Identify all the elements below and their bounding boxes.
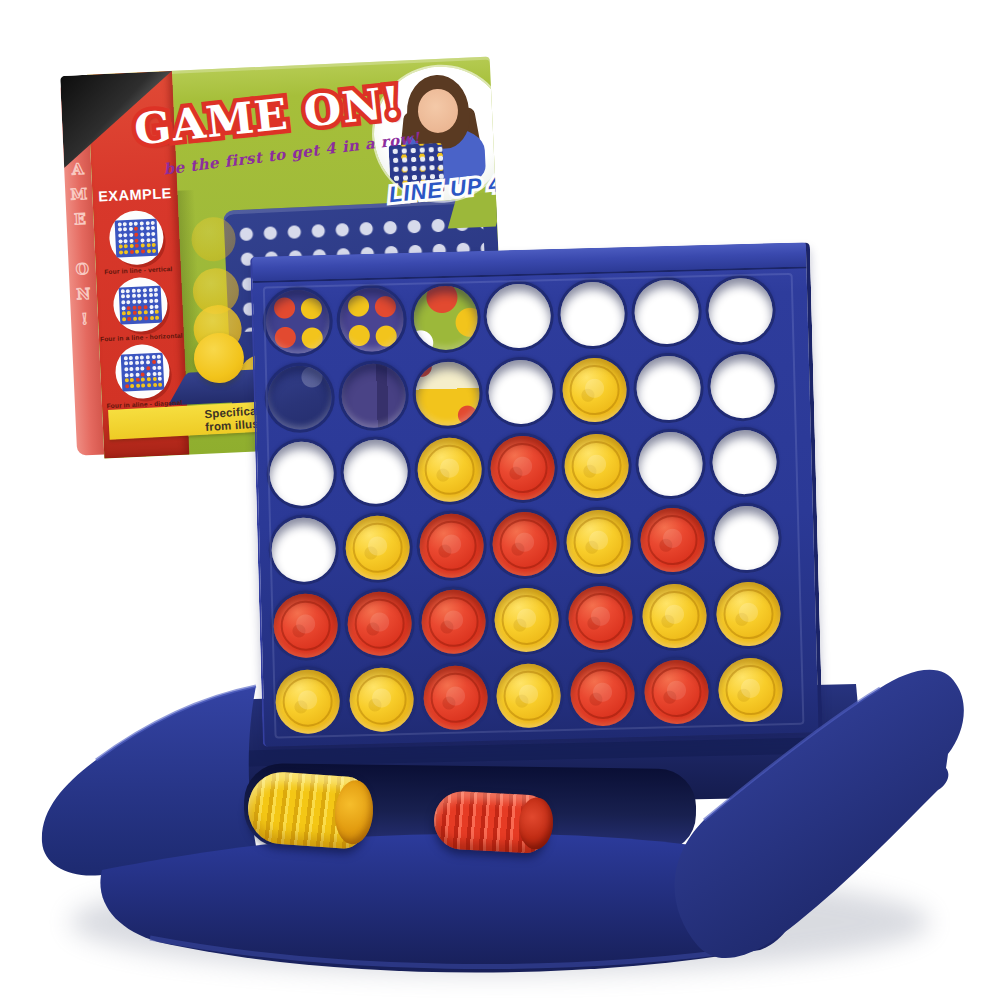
cell-r4c6[interactable]: [635, 501, 711, 579]
thumb-dot: [155, 305, 159, 309]
thumb-dot: [135, 233, 139, 237]
thumb-dot: [129, 361, 133, 365]
thumb-dot: [138, 317, 142, 321]
red-disc: [644, 659, 710, 725]
yellow-disc: [494, 587, 560, 653]
thumb-dot: [133, 317, 137, 321]
thumb-dot: [124, 362, 128, 366]
example-caption: Four in a line - horizontal: [100, 332, 183, 343]
yellow-disc: [416, 437, 482, 503]
thumb-dot: [138, 305, 142, 309]
thumb-dot: [149, 310, 153, 314]
empty-hole: [486, 283, 552, 349]
empty-hole: [269, 441, 335, 507]
thumb-dot: [134, 221, 138, 225]
thumb-dot: [137, 288, 141, 292]
cell-r2c5[interactable]: [557, 351, 633, 429]
thumb-dot: [155, 316, 159, 320]
thumb-dot: [154, 288, 158, 292]
yellow-disc: [718, 657, 784, 723]
thumb-dot: [122, 312, 126, 316]
tray-front-apron: [100, 834, 797, 973]
thumb-dot: [140, 361, 144, 365]
empty-hole: [712, 429, 778, 495]
thumb-dot: [135, 373, 139, 377]
yellow-disc: [562, 357, 628, 423]
example-item-1: Four in line - vertical: [102, 209, 173, 275]
thumb-dot: [121, 306, 125, 310]
red-disc: [640, 507, 706, 573]
cell-r3c1[interactable]: [264, 435, 340, 513]
board-grid: [260, 271, 789, 740]
thumb-dot: [141, 378, 145, 382]
thumb-dot: [158, 377, 162, 381]
empty-hole-box-art: [412, 285, 478, 351]
thumb-dot: [127, 306, 131, 310]
example-mini-grid: [118, 285, 162, 324]
thumb-dot: [147, 378, 151, 382]
thumb-dot: [124, 245, 128, 249]
thumb-dot: [151, 226, 155, 230]
thumb-dot: [151, 221, 155, 225]
empty-hole: [634, 279, 700, 345]
thumb-dot: [122, 317, 126, 321]
thumb-dot: [130, 367, 134, 371]
thumb-dot: [142, 384, 146, 388]
thumb-dot: [152, 243, 156, 247]
red-disc: [568, 585, 634, 651]
thumb-dot: [146, 244, 150, 248]
thumb-dot: [125, 384, 129, 388]
example-mini-grid: [115, 218, 159, 257]
product-photo: GAME ON! Specifications colours and cont…: [0, 0, 1000, 1000]
cell-r1c5[interactable]: [555, 275, 631, 353]
thumb-dot: [123, 222, 127, 226]
thumb-dot: [118, 239, 122, 243]
cell-r2c3[interactable]: [409, 355, 485, 433]
empty-hole: [271, 517, 337, 583]
cell-r6c2[interactable]: [343, 661, 419, 739]
thumb-dot: [140, 355, 144, 359]
cell-r1c3[interactable]: [407, 279, 483, 357]
cell-r1c6[interactable]: [629, 273, 705, 351]
red-disc-stack[interactable]: [433, 790, 550, 854]
thumb-dot: [146, 238, 150, 242]
example-thumbnail: [109, 209, 165, 265]
tray-apron-lip: [150, 938, 755, 967]
red-disc: [273, 593, 339, 659]
empty-hole: [560, 281, 626, 347]
red-disc: [422, 665, 488, 731]
thumb-dot: [117, 222, 121, 226]
thumb-dot: [129, 222, 133, 226]
thumb-dot: [130, 378, 134, 382]
thumb-dot: [147, 249, 151, 253]
thumb-dot: [129, 233, 133, 237]
game-board: [250, 242, 823, 746]
thumb-dot: [151, 355, 155, 359]
thumb-dot: [143, 288, 147, 292]
thumb-dot: [130, 244, 134, 248]
thumb-dot: [147, 383, 151, 387]
thumb-dot: [155, 310, 159, 314]
thumb-dot: [124, 367, 128, 371]
cell-r5c1[interactable]: [268, 587, 344, 665]
empty-hole-box-art: [339, 287, 405, 353]
thumb-dot: [154, 299, 158, 303]
empty-hole-box-art: [341, 363, 407, 429]
thumb-dot: [127, 300, 131, 304]
thumb-dot: [144, 316, 148, 320]
thumb-dot: [118, 234, 122, 238]
cell-r5c7[interactable]: [711, 575, 787, 653]
yellow-stack-end-cap: [333, 779, 375, 845]
thumb-dot: [121, 300, 125, 304]
example-thumbnail: [112, 276, 168, 332]
thumb-dot: [135, 361, 139, 365]
cell-r2c1[interactable]: [262, 359, 338, 437]
thumb-dot: [127, 317, 131, 321]
thumb-dot: [124, 233, 128, 237]
thumb-dot: [149, 294, 153, 298]
thumb-dot: [124, 356, 128, 360]
cell-r1c7[interactable]: [703, 271, 779, 349]
cell-r6c4[interactable]: [491, 657, 567, 735]
thumb-dot: [135, 244, 139, 248]
thumb-dot: [143, 294, 147, 298]
thumb-dot: [157, 360, 161, 364]
thumb-dot: [157, 366, 161, 370]
thumb-dot: [141, 372, 145, 376]
thumb-dot: [152, 372, 156, 376]
empty-hole: [638, 431, 704, 497]
empty-hole: [714, 505, 780, 571]
thumb-dot: [132, 306, 136, 310]
thumb-dot: [148, 288, 152, 292]
thumb-dot: [130, 250, 134, 254]
thumb-dot: [141, 249, 145, 253]
floor-shadow: [70, 870, 930, 974]
cell-r3c5[interactable]: [559, 427, 635, 505]
cell-r1c4[interactable]: [481, 277, 557, 355]
red-disc: [570, 661, 636, 727]
yellow-disc: [642, 583, 708, 649]
example-mini-grid: [121, 352, 165, 391]
example-caption: Four in line - vertical: [104, 265, 172, 275]
cell-r3c3[interactable]: [411, 431, 487, 509]
cell-r3c7[interactable]: [707, 423, 783, 501]
thumb-dot: [129, 356, 133, 360]
example-item-2: Four in a line - horizontal: [97, 276, 182, 343]
thumb-dot: [135, 250, 139, 254]
red-disc: [420, 589, 486, 655]
thumb-dot: [141, 244, 145, 248]
empty-hole-box-art: [267, 365, 333, 431]
cell-r1c1[interactable]: [260, 283, 336, 361]
thumb-dot: [158, 383, 162, 387]
thumb-dot: [153, 383, 157, 387]
example-item-3: Four in aline - diagonal: [104, 343, 183, 409]
thumb-dot: [126, 295, 130, 299]
yellow-disc: [349, 667, 415, 733]
thumb-dot: [118, 245, 122, 249]
thumb-dot: [140, 238, 144, 242]
thumb-dot: [134, 227, 138, 231]
cell-r6c5[interactable]: [565, 655, 641, 733]
thumb-dot: [152, 366, 156, 370]
yellow-disc: [564, 433, 630, 499]
yellow-disc: [566, 509, 632, 575]
red-disc: [490, 435, 556, 501]
thumb-dot: [157, 355, 161, 359]
thumb-dot: [135, 238, 139, 242]
cell-r3c2[interactable]: [338, 433, 414, 511]
thumb-dot: [146, 232, 150, 236]
thumb-dot: [138, 300, 142, 304]
thumb-dot: [133, 311, 137, 315]
cell-r5c3[interactable]: [415, 583, 491, 661]
empty-hole: [343, 439, 409, 505]
thumb-dot: [152, 238, 156, 242]
thumb-dot: [136, 378, 140, 382]
thumb-dot: [145, 221, 149, 225]
thumb-dot: [125, 379, 129, 383]
thumb-dot: [118, 228, 122, 232]
thumb-dot: [132, 294, 136, 298]
thumb-dot: [144, 311, 148, 315]
cell-r2c2[interactable]: [336, 357, 412, 435]
thumb-dot: [151, 232, 155, 236]
empty-hole: [488, 359, 554, 425]
thumb-dot: [140, 221, 144, 225]
thumb-dot: [130, 373, 134, 377]
thumb-dot: [129, 239, 133, 243]
cell-r5c2[interactable]: [342, 585, 418, 663]
thumb-dot: [121, 289, 125, 293]
thumb-dot: [141, 367, 145, 371]
yellow-disc-stack[interactable]: [246, 770, 371, 850]
example-list: Four in line - verticalFour in a line - …: [93, 209, 187, 410]
cell-r4c3[interactable]: [413, 507, 489, 585]
tray-left-wing: [42, 686, 258, 876]
example-thumbnail: [115, 343, 171, 399]
cell-r4c1[interactable]: [266, 511, 342, 589]
thumb-dot: [135, 356, 139, 360]
red-disc: [492, 511, 558, 577]
thumb-dot: [124, 250, 128, 254]
thumb-dot: [146, 361, 150, 365]
thumb-dot: [146, 355, 150, 359]
cell-r4c7[interactable]: [709, 499, 785, 577]
cell-r2c6[interactable]: [631, 349, 707, 427]
cell-r5c4[interactable]: [489, 581, 565, 659]
cell-r1c2[interactable]: [334, 281, 410, 359]
thumb-dot: [152, 249, 156, 253]
thumb-dot: [129, 227, 133, 231]
thumb-dot: [127, 312, 131, 316]
thumb-dot: [152, 377, 156, 381]
cell-r6c3[interactable]: [417, 659, 493, 737]
empty-hole: [710, 353, 776, 419]
thumb-dot: [132, 289, 136, 293]
thumb-dot: [123, 228, 127, 232]
cell-r6c1[interactable]: [270, 663, 346, 741]
thumb-dot: [137, 294, 141, 298]
cell-r6c6[interactable]: [639, 653, 715, 731]
thumb-dot: [124, 239, 128, 243]
thumb-dot: [146, 227, 150, 231]
thumb-dot: [158, 372, 162, 376]
cell-r3c4[interactable]: [485, 429, 561, 507]
red-disc: [347, 591, 413, 657]
cell-r4c4[interactable]: [487, 505, 563, 583]
red-disc: [418, 513, 484, 579]
thumb-dot: [147, 372, 151, 376]
empty-hole: [708, 277, 774, 343]
empty-hole: [636, 355, 702, 421]
cell-r4c2[interactable]: [340, 509, 416, 587]
thumb-dot: [119, 250, 123, 254]
cell-r5c5[interactable]: [563, 579, 639, 657]
cell-r6c7[interactable]: [713, 651, 789, 729]
empty-hole-box-art: [265, 289, 331, 355]
yellow-disc: [496, 663, 562, 729]
cell-r3c6[interactable]: [633, 425, 709, 503]
thumb-dot: [149, 305, 153, 309]
thumb-dot: [130, 384, 134, 388]
empty-hole-box-art: [414, 361, 480, 427]
thumb-dot: [143, 299, 147, 303]
yellow-disc: [275, 669, 341, 735]
thumb-dot: [124, 373, 128, 377]
thumb-dot: [154, 293, 158, 297]
thumb-dot: [138, 311, 142, 315]
yellow-disc: [345, 515, 411, 581]
cell-r2c4[interactable]: [483, 353, 559, 431]
tray-left-wing-highlight: [96, 686, 256, 760]
thumb-dot: [150, 316, 154, 320]
yellow-disc: [716, 581, 782, 647]
thumb-dot: [136, 384, 140, 388]
thumb-dot: [140, 227, 144, 231]
thumb-dot: [152, 360, 156, 364]
thumb-dot: [144, 305, 148, 309]
thumb-dot: [132, 300, 136, 304]
cell-r2c7[interactable]: [705, 347, 781, 425]
thumb-dot: [121, 295, 125, 299]
thumb-dot: [146, 366, 150, 370]
thumb-dot: [149, 299, 153, 303]
cell-r4c5[interactable]: [561, 503, 637, 581]
red-stack-end-cap: [518, 797, 555, 851]
thumb-dot: [135, 367, 139, 371]
cell-r5c6[interactable]: [637, 577, 713, 655]
thumb-dot: [140, 232, 144, 236]
thumb-dot: [126, 289, 130, 293]
